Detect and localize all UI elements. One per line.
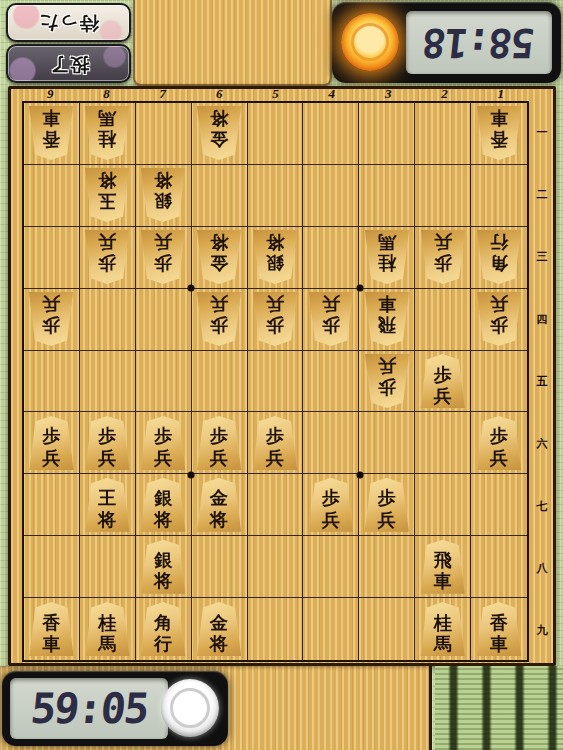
square-6-6[interactable]: 歩兵 [192, 412, 248, 474]
piece-kanji-bottom: 馬 [98, 633, 116, 654]
square-5-2[interactable] [248, 165, 304, 227]
square-1-2[interactable] [471, 165, 527, 227]
piece-kanji-top: 歩 [42, 315, 60, 336]
piece-kanji-bottom: 兵 [266, 294, 284, 315]
square-7-7[interactable]: 銀将 [136, 474, 192, 536]
file-label-1: 1 [473, 88, 529, 100]
piece-gote-pawn[interactable]: 歩兵 [140, 230, 186, 284]
square-1-4[interactable]: 歩兵 [471, 289, 527, 351]
square-7-9[interactable]: 角行 [136, 598, 192, 660]
piece-gote-lance[interactable]: 香車 [28, 106, 74, 160]
square-8-6[interactable]: 歩兵 [80, 412, 136, 474]
square-6-8[interactable] [192, 536, 248, 598]
piece-sente-pawn[interactable]: 歩兵 [196, 416, 242, 470]
piece-kanji-bottom: 兵 [98, 232, 116, 253]
gote-captured-pieces-tray [133, 0, 332, 86]
piece-kanji-top: 角 [490, 253, 508, 274]
square-8-4[interactable] [80, 289, 136, 351]
square-7-4[interactable] [136, 289, 192, 351]
square-6-7[interactable]: 金将 [192, 474, 248, 536]
square-8-5[interactable] [80, 351, 136, 413]
square-2-3[interactable]: 歩兵 [415, 227, 471, 289]
piece-kanji-top: 桂 [378, 253, 396, 274]
square-9-2[interactable] [24, 165, 80, 227]
piece-sente-pawn[interactable]: 歩兵 [252, 416, 298, 470]
square-8-9[interactable]: 桂馬 [80, 598, 136, 660]
piece-kanji-top: 角 [154, 612, 172, 633]
sente-clock-display: 59:05 [10, 678, 168, 739]
hoshi-dot [188, 472, 195, 479]
piece-sente-pawn[interactable]: 歩兵 [476, 416, 522, 470]
piece-kanji-top: 金 [210, 612, 228, 633]
piece-kanji-top: 歩 [322, 315, 340, 336]
file-label-7: 7 [135, 88, 191, 100]
piece-kanji-bottom: 車 [378, 294, 396, 315]
square-4-2[interactable] [303, 165, 359, 227]
piece-kanji-bottom: 将 [98, 509, 116, 530]
piece-sente-pawn[interactable]: 歩兵 [308, 478, 354, 532]
piece-kanji-top: 飛 [378, 315, 396, 336]
piece-kanji-bottom: 兵 [266, 447, 284, 468]
piece-kanji-top: 歩 [378, 377, 396, 398]
piece-sente-bishop[interactable]: 角行 [140, 602, 186, 656]
piece-gote-pawn[interactable]: 歩兵 [420, 230, 466, 284]
rank-labels: 一二三四五六七八九 [534, 101, 550, 662]
sente-clock: 59:05 [2, 671, 228, 746]
piece-kanji-bottom: 兵 [322, 509, 340, 530]
square-3-1[interactable] [359, 103, 415, 165]
file-label-3: 3 [360, 88, 416, 100]
piece-kanji-top: 香 [490, 130, 508, 151]
square-7-6[interactable]: 歩兵 [136, 412, 192, 474]
piece-sente-lance[interactable]: 香車 [28, 602, 74, 656]
piece-gote-gold[interactable]: 金将 [196, 230, 242, 284]
file-label-2: 2 [416, 88, 472, 100]
piece-sente-silver[interactable]: 銀将 [140, 478, 186, 532]
square-7-2[interactable]: 銀将 [136, 165, 192, 227]
piece-kanji-top: 歩 [210, 315, 228, 336]
square-3-4[interactable]: 飛車 [359, 289, 415, 351]
square-2-7[interactable] [415, 474, 471, 536]
piece-kanji-bottom: 兵 [210, 294, 228, 315]
piece-kanji-bottom: 将 [154, 570, 172, 591]
square-8-8[interactable] [80, 536, 136, 598]
rank-label-9: 九 [534, 600, 550, 662]
square-4-1[interactable] [303, 103, 359, 165]
square-1-3[interactable]: 角行 [471, 227, 527, 289]
file-label-8: 8 [78, 88, 134, 100]
piece-kanji-top: 金 [210, 130, 228, 151]
square-6-4[interactable]: 歩兵 [192, 289, 248, 351]
piece-gote-pawn[interactable]: 歩兵 [252, 292, 298, 346]
rank-label-2: 二 [534, 163, 550, 225]
piece-kanji-top: 金 [210, 253, 228, 274]
hoshi-dot [357, 472, 364, 479]
square-6-2[interactable] [192, 165, 248, 227]
piece-kanji-bottom: 兵 [154, 232, 172, 253]
square-5-3[interactable]: 銀将 [248, 227, 304, 289]
sente-turn-indicator-button[interactable] [161, 679, 219, 737]
square-2-9[interactable]: 桂馬 [415, 598, 471, 660]
square-9-3[interactable] [24, 227, 80, 289]
square-6-1[interactable]: 金将 [192, 103, 248, 165]
piece-gote-pawn[interactable]: 歩兵 [196, 292, 242, 346]
piece-kanji-top: 玉 [98, 192, 116, 213]
piece-kanji-bottom: 兵 [434, 232, 452, 253]
piece-kanji-top: 歩 [490, 315, 508, 336]
piece-kanji-top: 歩 [210, 425, 228, 446]
piece-kanji-bottom: 将 [266, 232, 284, 253]
piece-kanji-bottom: 車 [42, 633, 60, 654]
square-5-7[interactable] [248, 474, 304, 536]
square-3-8[interactable] [359, 536, 415, 598]
square-5-5[interactable] [248, 351, 304, 413]
square-6-5[interactable] [192, 351, 248, 413]
file-label-9: 9 [22, 88, 78, 100]
piece-kanji-top: 歩 [266, 315, 284, 336]
piece-sente-rook[interactable]: 飛車 [420, 540, 466, 594]
square-5-9[interactable] [248, 598, 304, 660]
rank-label-4: 四 [534, 288, 550, 350]
square-3-6[interactable] [359, 412, 415, 474]
piece-gote-pawn[interactable]: 歩兵 [28, 292, 74, 346]
square-1-6[interactable]: 歩兵 [471, 412, 527, 474]
square-3-7[interactable]: 歩兵 [359, 474, 415, 536]
piece-kanji-top: 桂 [98, 130, 116, 151]
square-9-7[interactable] [24, 474, 80, 536]
piece-sente-pawn[interactable]: 歩兵 [364, 478, 410, 532]
piece-kanji-top: 銀 [154, 549, 172, 570]
square-2-4[interactable] [415, 289, 471, 351]
square-1-7[interactable] [471, 474, 527, 536]
piece-gote-lance[interactable]: 香車 [476, 106, 522, 160]
piece-sente-gold[interactable]: 金将 [196, 602, 242, 656]
square-6-3[interactable]: 金将 [192, 227, 248, 289]
piece-kanji-bottom: 車 [434, 570, 452, 591]
piece-kanji-bottom: 兵 [490, 294, 508, 315]
square-4-5[interactable] [303, 351, 359, 413]
piece-kanji-bottom: 車 [42, 108, 60, 129]
square-9-1[interactable]: 香車 [24, 103, 80, 165]
rank-label-7: 七 [534, 475, 550, 537]
square-2-2[interactable] [415, 165, 471, 227]
resign-button[interactable]: 投了 [6, 44, 131, 83]
square-3-3[interactable]: 桂馬 [359, 227, 415, 289]
file-label-4: 4 [304, 88, 360, 100]
square-8-1[interactable]: 桂馬 [80, 103, 136, 165]
piece-kanji-bottom: 兵 [434, 385, 452, 406]
piece-sente-pawn[interactable]: 歩兵 [84, 416, 130, 470]
piece-kanji-top: 銀 [266, 253, 284, 274]
square-1-5[interactable] [471, 351, 527, 413]
rank-label-5: 五 [534, 350, 550, 412]
piece-gote-king[interactable]: 玉将 [84, 168, 130, 222]
square-2-6[interactable] [415, 412, 471, 474]
rank-label-3: 三 [534, 226, 550, 288]
square-5-4[interactable]: 歩兵 [248, 289, 304, 351]
piece-gote-silver[interactable]: 銀将 [252, 230, 298, 284]
piece-kanji-bottom: 馬 [378, 232, 396, 253]
piece-sente-silver[interactable]: 銀将 [140, 540, 186, 594]
square-7-3[interactable]: 歩兵 [136, 227, 192, 289]
piece-kanji-top: 歩 [154, 253, 172, 274]
square-2-1[interactable] [415, 103, 471, 165]
piece-kanji-bottom: 兵 [210, 447, 228, 468]
square-9-9[interactable]: 香車 [24, 598, 80, 660]
gote-clock-time: 58:18 [421, 20, 536, 66]
piece-kanji-bottom: 兵 [378, 509, 396, 530]
piece-kanji-top: 銀 [154, 192, 172, 213]
gote-clock: 58:18 [332, 2, 561, 83]
piece-sente-lance[interactable]: 香車 [476, 602, 522, 656]
piece-sente-knight[interactable]: 桂馬 [84, 602, 130, 656]
piece-kanji-bottom: 将 [210, 509, 228, 530]
piece-sente-pawn[interactable]: 歩兵 [140, 416, 186, 470]
square-3-2[interactable] [359, 165, 415, 227]
piece-kanji-top: 香 [42, 612, 60, 633]
piece-gote-bishop[interactable]: 角行 [476, 230, 522, 284]
piece-kanji-top: 歩 [98, 253, 116, 274]
piece-kanji-top: 歩 [378, 487, 396, 508]
square-4-8[interactable] [303, 536, 359, 598]
square-1-1[interactable]: 香車 [471, 103, 527, 165]
piece-kanji-bottom: 兵 [378, 356, 396, 377]
piece-kanji-top: 銀 [154, 487, 172, 508]
square-7-1[interactable] [136, 103, 192, 165]
piece-kanji-bottom: 将 [98, 170, 116, 191]
piece-kanji-bottom: 馬 [434, 633, 452, 654]
piece-kanji-bottom: 兵 [42, 294, 60, 315]
piece-gote-knight[interactable]: 桂馬 [84, 106, 130, 160]
piece-kanji-top: 桂 [98, 612, 116, 633]
piece-kanji-bottom: 車 [490, 108, 508, 129]
square-9-8[interactable] [24, 536, 80, 598]
piece-kanji-top: 歩 [266, 425, 284, 446]
square-2-8[interactable]: 飛車 [415, 536, 471, 598]
piece-kanji-top: 歩 [322, 487, 340, 508]
square-2-5[interactable]: 歩兵 [415, 351, 471, 413]
shogi-app: 待った 投了 58:18 987654321 香車桂馬金将香車玉将銀将歩兵歩兵金… [0, 0, 563, 750]
square-3-9[interactable] [359, 598, 415, 660]
square-4-9[interactable] [303, 598, 359, 660]
rank-label-6: 六 [534, 413, 550, 475]
square-9-4[interactable]: 歩兵 [24, 289, 80, 351]
piece-kanji-top: 歩 [98, 425, 116, 446]
piece-sente-king[interactable]: 王将 [84, 478, 130, 532]
piece-kanji-bottom: 行 [154, 633, 172, 654]
piece-kanji-bottom: 車 [490, 633, 508, 654]
piece-gote-pawn[interactable]: 歩兵 [364, 354, 410, 408]
piece-kanji-top: 飛 [434, 549, 452, 570]
hoshi-dot [357, 285, 364, 292]
file-labels: 987654321 [22, 88, 529, 100]
square-9-6[interactable]: 歩兵 [24, 412, 80, 474]
piece-kanji-top: 歩 [434, 253, 452, 274]
piece-kanji-bottom: 将 [210, 633, 228, 654]
piece-gote-pawn[interactable]: 歩兵 [476, 292, 522, 346]
square-1-8[interactable] [471, 536, 527, 598]
hoshi-dot [188, 285, 195, 292]
piece-kanji-top: 桂 [434, 612, 452, 633]
piece-kanji-bottom: 兵 [154, 447, 172, 468]
piece-sente-pawn[interactable]: 歩兵 [420, 354, 466, 408]
piece-kanji-top: 王 [98, 487, 116, 508]
piece-kanji-bottom: 将 [154, 170, 172, 191]
square-4-6[interactable] [303, 412, 359, 474]
piece-kanji-bottom: 将 [210, 232, 228, 253]
square-8-3[interactable]: 歩兵 [80, 227, 136, 289]
square-8-2[interactable]: 玉将 [80, 165, 136, 227]
piece-gote-silver[interactable]: 銀将 [140, 168, 186, 222]
piece-kanji-top: 歩 [42, 425, 60, 446]
piece-kanji-bottom: 兵 [98, 447, 116, 468]
undo-button-label: 待った [38, 10, 99, 36]
resign-button-label: 投了 [49, 51, 89, 77]
piece-sente-pawn[interactable]: 歩兵 [28, 416, 74, 470]
piece-kanji-top: 香 [42, 130, 60, 151]
piece-kanji-bottom: 行 [490, 232, 508, 253]
gote-clock-display: 58:18 [406, 11, 552, 74]
square-7-8[interactable]: 銀将 [136, 536, 192, 598]
square-1-9[interactable]: 香車 [471, 598, 527, 660]
piece-kanji-top: 歩 [490, 425, 508, 446]
shogi-board: 987654321 香車桂馬金将香車玉将銀将歩兵歩兵金将銀将桂馬歩兵角行歩兵歩兵… [8, 86, 556, 666]
square-8-7[interactable]: 王将 [80, 474, 136, 536]
square-6-9[interactable]: 金将 [192, 598, 248, 660]
square-4-7[interactable]: 歩兵 [303, 474, 359, 536]
piece-kanji-bottom: 兵 [42, 447, 60, 468]
square-3-5[interactable]: 歩兵 [359, 351, 415, 413]
file-label-6: 6 [191, 88, 247, 100]
square-7-5[interactable] [136, 351, 192, 413]
rank-label-8: 八 [534, 537, 550, 599]
rank-label-1: 一 [534, 101, 550, 163]
piece-kanji-bottom: 兵 [322, 294, 340, 315]
piece-kanji-top: 金 [210, 487, 228, 508]
gote-turn-indicator-button[interactable] [341, 13, 399, 71]
square-4-4[interactable]: 歩兵 [303, 289, 359, 351]
square-9-5[interactable] [24, 351, 80, 413]
piece-gote-gold[interactable]: 金将 [196, 106, 242, 160]
piece-gote-pawn[interactable]: 歩兵 [84, 230, 130, 284]
piece-kanji-top: 歩 [434, 364, 452, 385]
piece-kanji-bottom: 馬 [98, 108, 116, 129]
sente-clock-time: 59:05 [28, 684, 150, 733]
square-5-6[interactable]: 歩兵 [248, 412, 304, 474]
undo-button[interactable]: 待った [6, 3, 131, 42]
file-label-5: 5 [247, 88, 303, 100]
square-4-3[interactable] [303, 227, 359, 289]
square-5-1[interactable] [248, 103, 304, 165]
piece-kanji-bottom: 将 [210, 108, 228, 129]
board-grid: 香車桂馬金将香車玉将銀将歩兵歩兵金将銀将桂馬歩兵角行歩兵歩兵歩兵歩兵飛車歩兵歩兵… [22, 101, 529, 662]
square-5-8[interactable] [248, 536, 304, 598]
piece-sente-knight[interactable]: 桂馬 [420, 602, 466, 656]
piece-sente-gold[interactable]: 金将 [196, 478, 242, 532]
piece-kanji-top: 香 [490, 612, 508, 633]
piece-gote-knight[interactable]: 桂馬 [364, 230, 410, 284]
piece-gote-rook[interactable]: 飛車 [364, 292, 410, 346]
piece-kanji-bottom: 将 [154, 509, 172, 530]
piece-gote-pawn[interactable]: 歩兵 [308, 292, 354, 346]
piece-kanji-bottom: 兵 [490, 447, 508, 468]
tatami-texture [435, 666, 563, 750]
piece-kanji-top: 歩 [154, 425, 172, 446]
